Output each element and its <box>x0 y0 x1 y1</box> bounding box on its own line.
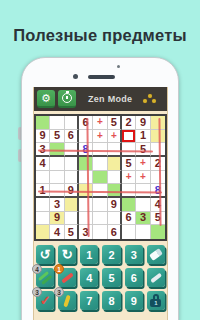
sudoku-cell-r4c5[interactable] <box>93 157 107 171</box>
sudoku-cell-r9c9[interactable] <box>151 225 165 239</box>
item-count-badge: 4 <box>32 264 42 274</box>
digit-button-4[interactable]: 4 <box>80 268 98 287</box>
given-digit: 5 <box>140 144 146 155</box>
sudoku-cell-r4c4[interactable] <box>79 157 93 171</box>
item-count-badge: 3 <box>32 287 42 297</box>
sudoku-cell-r4c9[interactable]: 2 <box>151 157 165 171</box>
sudoku-cell-r7c9[interactable]: 4 <box>151 198 165 212</box>
sudoku-cell-r2c2[interactable]: 5 <box>50 130 64 144</box>
screenshot: Полезные предметы ⚙ Zen Mode 6+529956++1… <box>0 0 200 320</box>
sudoku-cell-r1c2[interactable] <box>50 116 64 130</box>
redo-icon: ↻ <box>62 247 73 262</box>
sudoku-cell-r8c7[interactable]: 6 <box>122 212 136 226</box>
sudoku-cell-r9c3[interactable]: 5 <box>65 225 79 239</box>
sudoku-cell-r8c5[interactable] <box>93 212 107 226</box>
eraser-icon <box>149 248 163 261</box>
sudoku-cell-r8c3[interactable] <box>65 212 79 226</box>
check-button[interactable]: ✓3 <box>36 291 54 310</box>
sudoku-cell-r8c8[interactable]: 3 <box>136 212 150 226</box>
sudoku-cell-r6c1[interactable]: 1 <box>36 184 50 198</box>
sudoku-cell-r9c1[interactable] <box>36 225 50 239</box>
sudoku-cell-r6c9[interactable]: 8 <box>151 184 165 198</box>
digit-button-7[interactable]: 7 <box>80 291 98 310</box>
sudoku-cell-r4c8[interactable]: + <box>136 157 150 171</box>
sudoku-cell-r3c3[interactable] <box>65 143 79 157</box>
sudoku-cell-r8c2[interactable]: 9 <box>50 212 64 226</box>
red-pencil-icon <box>61 272 74 283</box>
sudoku-cell-r3c4[interactable]: 8 <box>79 143 93 157</box>
lock-icon: 1 <box>150 294 161 307</box>
digit-button-5[interactable]: 5 <box>102 268 120 287</box>
digit-button-3[interactable]: 3 <box>125 245 143 264</box>
sudoku-cell-r2c4[interactable] <box>79 130 93 144</box>
user-digit: 8 <box>83 144 89 155</box>
sudoku-cell-r1c4[interactable]: 6 <box>79 116 93 130</box>
sudoku-cell-r2c7[interactable] <box>122 130 136 144</box>
given-digit: 5 <box>155 212 161 223</box>
sudoku-cell-r3c5[interactable] <box>93 143 107 157</box>
red-plus-mark: + <box>97 117 103 127</box>
digit-button-8[interactable]: 8 <box>102 291 120 310</box>
gear-icon: ⚙ <box>41 92 51 105</box>
sudoku-cell-r1c7[interactable]: 2 <box>122 116 136 130</box>
pen-button[interactable] <box>147 268 165 287</box>
given-digit: 5 <box>126 158 132 169</box>
sudoku-cell-r3c6[interactable] <box>108 143 122 157</box>
sudoku-cell-r9c8[interactable] <box>136 225 150 239</box>
sudoku-cell-r2c8[interactable]: 1 <box>136 130 150 144</box>
red-plus-mark: + <box>97 131 103 141</box>
digit-button-9[interactable]: 9 <box>125 291 143 310</box>
sudoku-cell-r4c2[interactable] <box>50 157 64 171</box>
redo-button[interactable]: ↻ <box>58 245 76 264</box>
sudoku-cell-r6c8[interactable] <box>136 184 150 198</box>
user-digit: 8 <box>155 185 161 196</box>
sudoku-cell-r4c7[interactable]: 5 <box>122 157 136 171</box>
sudoku-cell-r7c8[interactable] <box>136 198 150 212</box>
sudoku-cell-r8c4[interactable] <box>79 212 93 226</box>
sudoku-cell-r5c3[interactable] <box>65 171 79 185</box>
digit-button-2[interactable]: 2 <box>102 245 120 264</box>
mode-title: Zen Mode <box>88 94 132 104</box>
sudoku-cell-r6c2[interactable] <box>50 184 64 198</box>
sudoku-cell-r7c5[interactable] <box>93 198 107 212</box>
sudoku-cell-r2c1[interactable]: 9 <box>36 130 50 144</box>
sudoku-cell-r9c5[interactable] <box>93 225 107 239</box>
sensor-dot-icon <box>73 74 78 79</box>
checkmark-icon: ✓ <box>40 293 51 308</box>
sudoku-cell-r8c6[interactable] <box>108 212 122 226</box>
sudoku-cell-r3c7[interactable] <box>122 143 136 157</box>
yellow-pencil-icon <box>64 294 71 306</box>
red-plus-mark: + <box>111 131 117 141</box>
given-digit: 5 <box>68 227 74 238</box>
sudoku-cell-r8c9[interactable]: 5 <box>151 212 165 226</box>
sudoku-cell-r5c2[interactable] <box>50 171 64 185</box>
given-digit: 1 <box>40 185 46 196</box>
red-plus-mark: + <box>140 158 146 168</box>
given-digit: 9 <box>40 130 46 141</box>
timer-button[interactable] <box>58 90 76 108</box>
sudoku-cell-r4c6[interactable] <box>108 157 122 171</box>
page-title: Полезные предметы <box>0 26 200 45</box>
given-digit: 6 <box>68 130 74 141</box>
item-count-badge: 3 <box>54 287 64 297</box>
sudoku-cell-r5c5[interactable] <box>93 171 107 185</box>
digit-button-1[interactable]: 1 <box>80 245 98 264</box>
sudoku-cell-r3c2[interactable] <box>50 143 64 157</box>
given-digit: 4 <box>40 158 46 169</box>
sudoku-cell-r1c9[interactable] <box>151 116 165 130</box>
sudoku-cell-r7c3[interactable] <box>65 198 79 212</box>
given-digit: 3 <box>40 144 46 155</box>
sudoku-cell-r4c3[interactable] <box>65 157 79 171</box>
sudoku-cell-r3c8[interactable]: 5 <box>136 143 150 157</box>
given-digit: 6 <box>111 227 117 238</box>
yellow-pencil-button[interactable]: 3 <box>58 291 76 310</box>
sudoku-grid: 6+529956++138545+2++19839496354536 <box>34 114 167 241</box>
red-plus-mark: + <box>140 172 146 182</box>
given-digit: 2 <box>126 117 132 128</box>
given-digit: 3 <box>54 199 60 210</box>
red-pencil-button[interactable]: 1 <box>58 268 76 287</box>
sudoku-cell-r7c7[interactable] <box>122 198 136 212</box>
item-count-badge: 1 <box>54 264 64 274</box>
green-pencils-button[interactable]: 4 <box>36 268 54 287</box>
sudoku-cell-r9c4[interactable]: 3 <box>79 225 93 239</box>
sudoku-cell-r9c6[interactable]: 6 <box>108 225 122 239</box>
sudoku-cell-r5c9[interactable] <box>151 171 165 185</box>
sudoku-cell-r2c5[interactable]: + <box>93 130 107 144</box>
sudoku-cell-r6c5[interactable] <box>93 184 107 198</box>
sudoku-cell-r7c6[interactable]: 9 <box>108 198 122 212</box>
sudoku-cell-r9c7[interactable] <box>122 225 136 239</box>
lock-button[interactable]: 1 <box>147 291 165 310</box>
given-digit: 9 <box>111 199 117 210</box>
given-digit: 5 <box>111 117 117 128</box>
sudoku-cell-r5c6[interactable] <box>108 171 122 185</box>
sudoku-cell-r5c1[interactable] <box>36 171 50 185</box>
sudoku-cell-r7c2[interactable]: 3 <box>50 198 64 212</box>
sudoku-cell-r7c4[interactable] <box>79 198 93 212</box>
sudoku-cell-r3c9[interactable] <box>151 143 165 157</box>
sudoku-cell-r6c4[interactable] <box>79 184 93 198</box>
undo-button[interactable]: ↺ <box>36 245 54 264</box>
front-camera-icon <box>117 65 120 68</box>
sudoku-cell-r6c3[interactable]: 9 <box>65 184 79 198</box>
given-digit: 6 <box>83 117 89 128</box>
sudoku-cell-r1c3[interactable] <box>65 116 79 130</box>
sudoku-cell-r5c7[interactable]: + <box>122 171 136 185</box>
given-digit: 9 <box>54 212 60 223</box>
undo-icon: ↺ <box>40 247 51 262</box>
sudoku-cell-r7c1[interactable] <box>36 198 50 212</box>
sudoku-cell-r1c6[interactable]: 5 <box>108 116 122 130</box>
gold-pawns-icon <box>143 94 156 104</box>
app-header: ⚙ Zen Mode <box>34 87 167 111</box>
given-digit: 1 <box>140 130 146 141</box>
given-digit: 3 <box>83 227 89 238</box>
given-digit: 3 <box>140 212 146 223</box>
given-digit: 5 <box>54 130 60 141</box>
pen-icon <box>150 272 162 282</box>
red-plus-mark: + <box>126 172 132 182</box>
phone-mockup: ⚙ Zen Mode 6+529956++138545+2++198394963… <box>21 57 179 320</box>
app-screen: ⚙ Zen Mode 6+529956++138545+2++198394963… <box>33 87 168 320</box>
earpiece-speaker <box>88 75 115 79</box>
sudoku-cell-r2c6[interactable]: + <box>108 130 122 144</box>
sudoku-cell-r2c3[interactable]: 6 <box>65 130 79 144</box>
sudoku-cell-r2c9[interactable] <box>151 130 165 144</box>
sudoku-cell-r3c1[interactable]: 3 <box>36 143 50 157</box>
sudoku-cell-r1c5[interactable]: + <box>93 116 107 130</box>
sudoku-cell-r1c1[interactable] <box>36 116 50 130</box>
given-digit: 9 <box>68 185 74 196</box>
sudoku-cell-r4c1[interactable]: 4 <box>36 157 50 171</box>
keypad: ↺↻12341456✓337891 <box>36 245 165 310</box>
given-digit: 4 <box>54 227 60 238</box>
sudoku-cell-r9c2[interactable]: 4 <box>50 225 64 239</box>
sudoku-cell-r6c6[interactable] <box>108 184 122 198</box>
sudoku-cell-r1c8[interactable]: 9 <box>136 116 150 130</box>
stopwatch-icon <box>62 93 72 103</box>
given-digit: 2 <box>155 158 161 169</box>
sudoku-cell-r5c8[interactable]: + <box>136 171 150 185</box>
given-digit: 9 <box>140 117 146 128</box>
sudoku-cell-r5c4[interactable] <box>79 171 93 185</box>
settings-button[interactable]: ⚙ <box>37 90 55 108</box>
eraser-button[interactable] <box>147 245 165 264</box>
sudoku-cell-r6c7[interactable] <box>122 184 136 198</box>
given-digit: 6 <box>126 212 132 223</box>
sudoku-cell-r8c1[interactable] <box>36 212 50 226</box>
given-digit: 4 <box>155 199 161 210</box>
digit-button-6[interactable]: 6 <box>125 268 143 287</box>
